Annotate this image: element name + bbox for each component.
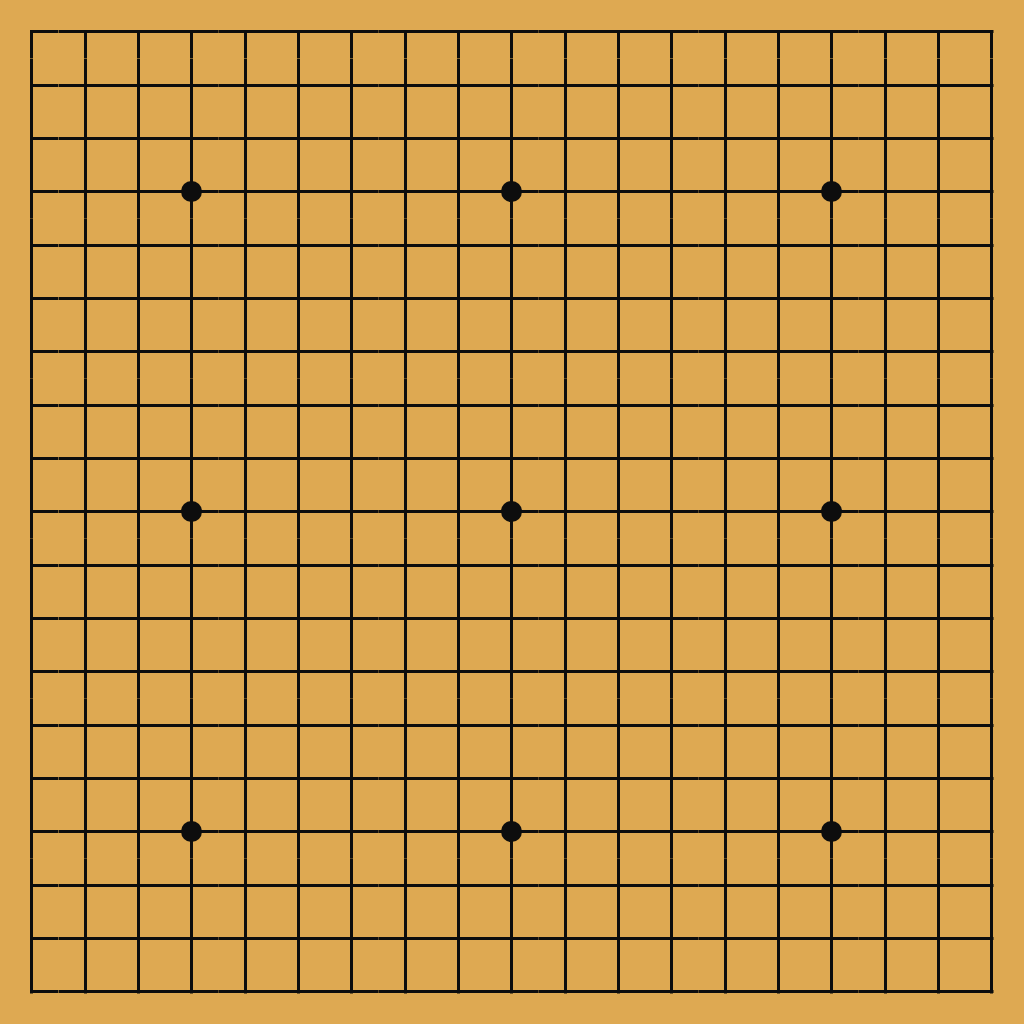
board-intersection[interactable] [5, 485, 58, 538]
board-intersection[interactable] [5, 325, 58, 378]
board-intersection[interactable] [699, 645, 752, 698]
board-intersection[interactable] [965, 379, 1018, 432]
board-intersection[interactable] [752, 112, 805, 165]
board-intersection[interactable] [539, 539, 592, 592]
board-intersection[interactable] [592, 805, 645, 858]
board-intersection[interactable] [219, 912, 272, 965]
board-intersection[interactable] [432, 219, 485, 272]
board-intersection[interactable] [325, 645, 378, 698]
board-intersection[interactable] [272, 59, 325, 112]
board-intersection[interactable] [592, 539, 645, 592]
board-intersection[interactable] [112, 432, 165, 485]
board-intersection[interactable] [965, 859, 1018, 912]
board-intersection[interactable] [859, 379, 912, 432]
board-intersection[interactable] [432, 59, 485, 112]
board-intersection[interactable] [325, 485, 378, 538]
board-intersection[interactable] [752, 592, 805, 645]
board-intersection[interactable] [912, 805, 965, 858]
board-intersection[interactable] [5, 272, 58, 325]
board-intersection[interactable] [752, 165, 805, 218]
board-intersection[interactable] [432, 272, 485, 325]
board-intersection[interactable] [539, 219, 592, 272]
board-intersection[interactable] [645, 592, 698, 645]
board-intersection[interactable] [112, 645, 165, 698]
board-intersection[interactable] [592, 965, 645, 1018]
board-intersection[interactable] [592, 165, 645, 218]
board-intersection[interactable] [805, 752, 858, 805]
board-intersection[interactable] [272, 859, 325, 912]
board-intersection[interactable] [272, 539, 325, 592]
board-intersection[interactable] [645, 432, 698, 485]
board-intersection[interactable] [432, 752, 485, 805]
board-intersection[interactable] [485, 859, 538, 912]
board-intersection[interactable] [112, 965, 165, 1018]
board-intersection[interactable] [5, 5, 58, 58]
board-intersection[interactable] [645, 645, 698, 698]
board-intersection[interactable] [539, 859, 592, 912]
board-intersection[interactable] [645, 379, 698, 432]
board-intersection[interactable] [859, 539, 912, 592]
board-intersection[interactable] [699, 5, 752, 58]
board-intersection[interactable] [165, 165, 218, 218]
board-intersection[interactable] [805, 165, 858, 218]
board-intersection[interactable] [592, 699, 645, 752]
board-intersection[interactable] [219, 432, 272, 485]
board-intersection[interactable] [805, 539, 858, 592]
board-intersection[interactable] [965, 59, 1018, 112]
board-intersection[interactable] [272, 592, 325, 645]
board-intersection[interactable] [379, 272, 432, 325]
board-intersection[interactable] [592, 5, 645, 58]
board-intersection[interactable] [965, 325, 1018, 378]
board-intersection[interactable] [325, 752, 378, 805]
board-intersection[interactable] [59, 432, 112, 485]
board-intersection[interactable] [912, 432, 965, 485]
board-intersection[interactable] [59, 325, 112, 378]
board-intersection[interactable] [485, 325, 538, 378]
board-intersection[interactable] [965, 112, 1018, 165]
board-intersection[interactable] [965, 965, 1018, 1018]
board-intersection[interactable] [59, 965, 112, 1018]
board-intersection[interactable] [379, 859, 432, 912]
board-intersection[interactable] [592, 912, 645, 965]
board-intersection[interactable] [379, 645, 432, 698]
board-intersection[interactable] [432, 805, 485, 858]
board-intersection[interactable] [5, 112, 58, 165]
board-intersection[interactable] [379, 485, 432, 538]
board-intersection[interactable] [165, 539, 218, 592]
board-intersection[interactable] [219, 325, 272, 378]
board-intersection[interactable] [272, 112, 325, 165]
board-intersection[interactable] [59, 805, 112, 858]
board-intersection[interactable] [485, 645, 538, 698]
board-intersection[interactable] [965, 432, 1018, 485]
board-intersection[interactable] [645, 752, 698, 805]
board-intersection[interactable] [752, 539, 805, 592]
board-intersection[interactable] [272, 965, 325, 1018]
board-intersection[interactable] [699, 379, 752, 432]
board-intersection[interactable] [539, 752, 592, 805]
board-intersection[interactable] [752, 752, 805, 805]
board-intersection[interactable] [539, 432, 592, 485]
board-intersection[interactable] [165, 5, 218, 58]
board-intersection[interactable] [379, 219, 432, 272]
board-intersection[interactable] [485, 379, 538, 432]
board-intersection[interactable] [752, 965, 805, 1018]
board-intersection[interactable] [5, 645, 58, 698]
board-intersection[interactable] [965, 5, 1018, 58]
board-intersection[interactable] [165, 219, 218, 272]
board-intersection[interactable] [752, 645, 805, 698]
board-intersection[interactable] [699, 699, 752, 752]
board-intersection[interactable] [699, 165, 752, 218]
board-intersection[interactable] [805, 805, 858, 858]
board-intersection[interactable] [965, 165, 1018, 218]
board-intersection[interactable] [699, 912, 752, 965]
board-intersection[interactable] [592, 379, 645, 432]
board-intersection[interactable] [432, 5, 485, 58]
board-intersection[interactable] [219, 699, 272, 752]
board-intersection[interactable] [112, 219, 165, 272]
board-intersection[interactable] [325, 592, 378, 645]
board-intersection[interactable] [485, 272, 538, 325]
board-intersection[interactable] [805, 645, 858, 698]
board-intersection[interactable] [752, 699, 805, 752]
board-intersection[interactable] [645, 325, 698, 378]
board-intersection[interactable] [645, 805, 698, 858]
board-intersection[interactable] [965, 752, 1018, 805]
board-intersection[interactable] [112, 859, 165, 912]
board-intersection[interactable] [272, 379, 325, 432]
board-intersection[interactable] [219, 965, 272, 1018]
board-intersection[interactable] [805, 965, 858, 1018]
board-intersection[interactable] [912, 912, 965, 965]
board-intersection[interactable] [5, 752, 58, 805]
board-intersection[interactable] [219, 272, 272, 325]
board-intersection[interactable] [805, 272, 858, 325]
board-intersection[interactable] [325, 699, 378, 752]
board-intersection[interactable] [325, 965, 378, 1018]
board-intersection[interactable] [805, 485, 858, 538]
board-intersection[interactable] [752, 219, 805, 272]
board-intersection[interactable] [805, 5, 858, 58]
board-intersection[interactable] [5, 219, 58, 272]
board-intersection[interactable] [965, 539, 1018, 592]
board-intersection[interactable] [112, 752, 165, 805]
board-intersection[interactable] [325, 805, 378, 858]
board-intersection[interactable] [272, 272, 325, 325]
board-intersection[interactable] [219, 165, 272, 218]
board-intersection[interactable] [165, 859, 218, 912]
board-intersection[interactable] [432, 859, 485, 912]
board-intersection[interactable] [165, 325, 218, 378]
board-intersection[interactable] [325, 325, 378, 378]
board-intersection[interactable] [379, 432, 432, 485]
board-intersection[interactable] [859, 59, 912, 112]
board-intersection[interactable] [645, 539, 698, 592]
board-intersection[interactable] [645, 59, 698, 112]
board-intersection[interactable] [699, 432, 752, 485]
board-intersection[interactable] [859, 165, 912, 218]
board-intersection[interactable] [485, 699, 538, 752]
board-intersection[interactable] [912, 485, 965, 538]
board-intersection[interactable] [165, 592, 218, 645]
board-intersection[interactable] [165, 59, 218, 112]
board-intersection[interactable] [859, 645, 912, 698]
board-intersection[interactable] [965, 645, 1018, 698]
board-intersection[interactable] [805, 325, 858, 378]
board-intersection[interactable] [752, 5, 805, 58]
board-intersection[interactable] [59, 59, 112, 112]
board-intersection[interactable] [592, 219, 645, 272]
board-intersection[interactable] [859, 592, 912, 645]
board-intersection[interactable] [752, 805, 805, 858]
board-intersection[interactable] [485, 112, 538, 165]
board-intersection[interactable] [645, 219, 698, 272]
board-intersection[interactable] [165, 752, 218, 805]
board-intersection[interactable] [5, 59, 58, 112]
board-intersection[interactable] [325, 379, 378, 432]
board-intersection[interactable] [699, 485, 752, 538]
board-intersection[interactable] [912, 592, 965, 645]
board-intersection[interactable] [5, 859, 58, 912]
board-intersection[interactable] [59, 379, 112, 432]
board-intersection[interactable] [645, 965, 698, 1018]
board-intersection[interactable] [165, 485, 218, 538]
board-intersection[interactable] [59, 859, 112, 912]
board-intersection[interactable] [5, 805, 58, 858]
board-intersection[interactable] [379, 539, 432, 592]
board-intersection[interactable] [912, 965, 965, 1018]
board-intersection[interactable] [592, 112, 645, 165]
board-intersection[interactable] [539, 272, 592, 325]
board-intersection[interactable] [539, 965, 592, 1018]
board-intersection[interactable] [965, 805, 1018, 858]
board-intersection[interactable] [432, 485, 485, 538]
board-intersection[interactable] [219, 112, 272, 165]
board-intersection[interactable] [805, 592, 858, 645]
board-intersection[interactable] [219, 5, 272, 58]
board-intersection[interactable] [699, 272, 752, 325]
board-intersection[interactable] [325, 165, 378, 218]
board-intersection[interactable] [965, 592, 1018, 645]
board-intersection[interactable] [112, 699, 165, 752]
board-intersection[interactable] [325, 859, 378, 912]
board-intersection[interactable] [5, 965, 58, 1018]
board-intersection[interactable] [219, 379, 272, 432]
board-intersection[interactable] [485, 432, 538, 485]
board-intersection[interactable] [5, 539, 58, 592]
board-intersection[interactable] [965, 219, 1018, 272]
board-intersection[interactable] [5, 912, 58, 965]
board-intersection[interactable] [805, 859, 858, 912]
board-intersection[interactable] [805, 432, 858, 485]
board-intersection[interactable] [699, 965, 752, 1018]
board-intersection[interactable] [112, 112, 165, 165]
board-intersection[interactable] [432, 325, 485, 378]
board-intersection[interactable] [165, 112, 218, 165]
board-intersection[interactable] [432, 539, 485, 592]
board-intersection[interactable] [379, 805, 432, 858]
board-intersection[interactable] [432, 965, 485, 1018]
board-intersection[interactable] [912, 645, 965, 698]
board-intersection[interactable] [485, 59, 538, 112]
board-intersection[interactable] [325, 432, 378, 485]
board-intersection[interactable] [112, 805, 165, 858]
board-intersection[interactable] [379, 592, 432, 645]
board-intersection[interactable] [272, 912, 325, 965]
board-intersection[interactable] [645, 112, 698, 165]
board-intersection[interactable] [5, 165, 58, 218]
board-intersection[interactable] [805, 699, 858, 752]
board-intersection[interactable] [272, 752, 325, 805]
board-intersection[interactable] [112, 272, 165, 325]
board-intersection[interactable] [272, 485, 325, 538]
board-intersection[interactable] [165, 379, 218, 432]
board-intersection[interactable] [752, 912, 805, 965]
board-intersection[interactable] [539, 325, 592, 378]
board-intersection[interactable] [752, 325, 805, 378]
board-intersection[interactable] [165, 432, 218, 485]
board-intersection[interactable] [752, 859, 805, 912]
board-intersection[interactable] [965, 699, 1018, 752]
board-intersection[interactable] [859, 912, 912, 965]
board-intersection[interactable] [859, 485, 912, 538]
board-intersection[interactable] [912, 379, 965, 432]
board-intersection[interactable] [912, 325, 965, 378]
board-intersection[interactable] [859, 219, 912, 272]
board-intersection[interactable] [699, 219, 752, 272]
board-intersection[interactable] [325, 59, 378, 112]
board-intersection[interactable] [805, 59, 858, 112]
board-intersection[interactable] [699, 539, 752, 592]
board-intersection[interactable] [539, 699, 592, 752]
board-intersection[interactable] [699, 859, 752, 912]
board-intersection[interactable] [699, 805, 752, 858]
board-intersection[interactable] [5, 432, 58, 485]
board-intersection[interactable] [805, 912, 858, 965]
board-intersection[interactable] [805, 219, 858, 272]
board-intersection[interactable] [539, 592, 592, 645]
board-intersection[interactable] [379, 5, 432, 58]
board-intersection[interactable] [485, 965, 538, 1018]
board-intersection[interactable] [645, 912, 698, 965]
board-intersection[interactable] [859, 325, 912, 378]
board-intersection[interactable] [432, 432, 485, 485]
board-intersection[interactable] [965, 272, 1018, 325]
board-intersection[interactable] [432, 912, 485, 965]
board-intersection[interactable] [645, 859, 698, 912]
board-intersection[interactable] [752, 485, 805, 538]
board-intersection[interactable] [539, 112, 592, 165]
board-intersection[interactable] [219, 752, 272, 805]
board-intersection[interactable] [912, 59, 965, 112]
board-intersection[interactable] [59, 272, 112, 325]
board-intersection[interactable] [485, 165, 538, 218]
board-intersection[interactable] [485, 912, 538, 965]
board-intersection[interactable] [539, 805, 592, 858]
board-intersection[interactable] [752, 379, 805, 432]
board-intersection[interactable] [645, 272, 698, 325]
board-intersection[interactable] [859, 699, 912, 752]
board-intersection[interactable] [219, 539, 272, 592]
board-intersection[interactable] [485, 539, 538, 592]
board-intersection[interactable] [485, 592, 538, 645]
board-intersection[interactable] [59, 485, 112, 538]
board-intersection[interactable] [112, 539, 165, 592]
board-intersection[interactable] [219, 805, 272, 858]
board-intersection[interactable] [272, 432, 325, 485]
board-intersection[interactable] [219, 859, 272, 912]
board-intersection[interactable] [112, 592, 165, 645]
board-intersection[interactable] [912, 752, 965, 805]
board-intersection[interactable] [59, 112, 112, 165]
board-intersection[interactable] [485, 219, 538, 272]
board-intersection[interactable] [112, 165, 165, 218]
board-intersection[interactable] [592, 752, 645, 805]
board-intersection[interactable] [59, 219, 112, 272]
board-intersection[interactable] [325, 272, 378, 325]
board-intersection[interactable] [912, 5, 965, 58]
board-intersection[interactable] [539, 5, 592, 58]
board-intersection[interactable] [539, 645, 592, 698]
board-intersection[interactable] [752, 432, 805, 485]
board-intersection[interactable] [912, 859, 965, 912]
board-intersection[interactable] [859, 272, 912, 325]
board-intersection[interactable] [592, 645, 645, 698]
board-intersection[interactable] [432, 165, 485, 218]
board-intersection[interactable] [165, 699, 218, 752]
board-intersection[interactable] [859, 805, 912, 858]
board-intersection[interactable] [965, 485, 1018, 538]
board-intersection[interactable] [219, 485, 272, 538]
board-intersection[interactable] [219, 59, 272, 112]
board-intersection[interactable] [325, 112, 378, 165]
board-intersection[interactable] [539, 59, 592, 112]
board-intersection[interactable] [859, 112, 912, 165]
board-intersection[interactable] [592, 592, 645, 645]
board-intersection[interactable] [272, 219, 325, 272]
board-intersection[interactable] [592, 325, 645, 378]
board-intersection[interactable] [485, 752, 538, 805]
board-intersection[interactable] [272, 699, 325, 752]
board-intersection[interactable] [485, 5, 538, 58]
board-intersection[interactable] [912, 539, 965, 592]
board-intersection[interactable] [325, 219, 378, 272]
board-intersection[interactable] [59, 752, 112, 805]
board-intersection[interactable] [272, 645, 325, 698]
board-intersection[interactable] [859, 432, 912, 485]
board-intersection[interactable] [165, 912, 218, 965]
board-intersection[interactable] [325, 912, 378, 965]
board-intersection[interactable] [539, 165, 592, 218]
board-intersection[interactable] [165, 965, 218, 1018]
board-intersection[interactable] [379, 699, 432, 752]
board-intersection[interactable] [699, 325, 752, 378]
board-intersection[interactable] [5, 699, 58, 752]
board-intersection[interactable] [59, 699, 112, 752]
board-intersection[interactable] [219, 645, 272, 698]
board-intersection[interactable] [805, 379, 858, 432]
board-intersection[interactable] [592, 59, 645, 112]
board-intersection[interactable] [592, 272, 645, 325]
board-intersection[interactable] [379, 752, 432, 805]
board-intersection[interactable] [379, 112, 432, 165]
board-intersection[interactable] [592, 859, 645, 912]
board-intersection[interactable] [805, 112, 858, 165]
board-intersection[interactable] [645, 165, 698, 218]
board-intersection[interactable] [592, 485, 645, 538]
